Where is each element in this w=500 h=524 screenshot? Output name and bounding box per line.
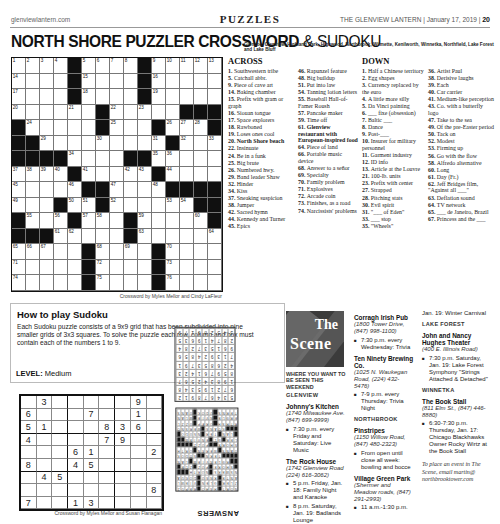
crossword-cell[interactable]: 69 — [124, 244, 138, 260]
crossword-cell[interactable]: 71 — [12, 260, 26, 276]
crossword-cell[interactable]: 65 — [12, 244, 26, 260]
sudoku-cell[interactable]: 9 — [131, 396, 147, 409]
sudoku-cell[interactable] — [131, 497, 147, 510]
crossword-cell[interactable]: 29 — [40, 136, 54, 152]
sudoku-cell[interactable] — [21, 446, 37, 459]
crossword-cell[interactable]: 54 — [180, 198, 194, 214]
crossword-cell[interactable] — [208, 151, 222, 167]
crossword-cell[interactable]: 66 — [26, 244, 40, 260]
sudoku-cell[interactable] — [131, 472, 147, 485]
crossword-cell[interactable]: 31 — [152, 136, 166, 152]
sudoku-cell[interactable]: 5 — [52, 472, 68, 485]
sudoku-cell[interactable] — [84, 396, 100, 409]
sudoku-cell[interactable]: 2 — [147, 446, 163, 459]
solution-letter-cell: Z — [196, 463, 200, 468]
crossword-cell[interactable]: 42 — [124, 167, 138, 183]
crossword-cell[interactable] — [166, 213, 180, 229]
sudoku-cell[interactable]: 7 — [21, 497, 37, 510]
sudoku-cell[interactable] — [21, 484, 37, 497]
sudoku-cell[interactable]: 8 — [147, 484, 163, 497]
sudoku-cell[interactable] — [99, 497, 115, 510]
clue-number: 34 — [69, 151, 74, 156]
sudoku-cell[interactable] — [131, 484, 147, 497]
crossword-cell[interactable]: 57 — [82, 213, 96, 229]
solution-letter-cell: Z — [233, 480, 237, 485]
solution-letter-cell: Z — [184, 420, 188, 425]
crossword-cell[interactable]: 13 — [208, 58, 222, 74]
crossword-cell[interactable] — [138, 244, 152, 260]
sudoku-cell[interactable]: 6 — [68, 446, 84, 459]
crossword-cell[interactable]: 7 — [110, 58, 124, 74]
crossword-cell[interactable] — [68, 120, 82, 136]
crossword-cell[interactable] — [180, 89, 194, 105]
event-item: 7:30 p.m. every Friday and Saturday: Liv… — [286, 426, 346, 454]
crossword-cell[interactable] — [54, 105, 68, 121]
crossword-cell[interactable] — [110, 229, 124, 245]
sudoku-cell[interactable] — [68, 484, 84, 497]
sudoku-cell[interactable] — [37, 497, 53, 510]
crossword-cell[interactable] — [194, 244, 208, 260]
crossword-cell[interactable] — [26, 275, 40, 291]
sudoku-cell[interactable]: 1 — [68, 497, 84, 510]
crossword-cell[interactable] — [180, 260, 194, 276]
sudoku-cell[interactable] — [84, 434, 100, 447]
sudoku-cell[interactable] — [37, 459, 53, 472]
sudoku-cell[interactable]: 4 — [21, 434, 37, 447]
crossword-cell[interactable]: 3 — [40, 58, 54, 74]
crossword-cell[interactable] — [194, 275, 208, 291]
sudoku-cell[interactable] — [99, 446, 115, 459]
solution-letter-cell: O — [221, 463, 225, 468]
crossword-cell[interactable] — [110, 74, 124, 90]
sudoku-cell[interactable] — [147, 421, 163, 434]
crossword-cell[interactable]: 70 — [166, 244, 180, 260]
sudoku-cell[interactable]: 4 — [37, 472, 53, 485]
crossword-cell[interactable]: 20 — [12, 105, 26, 121]
sudoku-cell[interactable] — [99, 484, 115, 497]
sudoku-cell[interactable]: 8 — [99, 421, 115, 434]
crossword-cell[interactable] — [82, 120, 96, 136]
crossword-cell[interactable]: 32 — [180, 136, 194, 152]
crossword-black-cell — [208, 213, 222, 229]
crossword-cell[interactable] — [40, 182, 54, 198]
clue: 56. Go with the flow — [428, 153, 494, 160]
sudoku-cell[interactable] — [68, 421, 84, 434]
clue-number: 38 — [27, 167, 32, 172]
sudoku-cell[interactable] — [21, 396, 37, 409]
crossword-cell[interactable]: 9 — [152, 58, 166, 74]
crossword-cell[interactable] — [208, 260, 222, 276]
crossword-cell[interactable] — [54, 136, 68, 152]
crossword-cell[interactable]: 15 — [82, 74, 96, 90]
crossword-cell[interactable] — [82, 105, 96, 121]
crossword-cell[interactable] — [54, 260, 68, 276]
issue-date: January 17, 2019 — [427, 16, 477, 23]
sudoku-cell[interactable] — [68, 396, 84, 409]
crossword-cell[interactable] — [124, 120, 138, 136]
crossword-cell[interactable] — [152, 105, 166, 121]
crossword-cell[interactable]: 18 — [82, 89, 96, 105]
crossword-cell[interactable] — [180, 213, 194, 229]
crossword-black-cell — [152, 167, 166, 183]
crossword-cell[interactable] — [40, 89, 54, 105]
crossword-cell[interactable] — [138, 198, 152, 214]
crossword-cell[interactable]: 76 — [166, 275, 180, 291]
sudoku-cell[interactable] — [52, 484, 68, 497]
crossword-cell[interactable]: 48 — [152, 182, 166, 198]
sudoku-cell[interactable] — [52, 409, 68, 422]
crossword-cell[interactable]: 50 — [68, 198, 82, 214]
sudoku-cell[interactable]: 9 — [115, 434, 131, 447]
event-addr: (1025 N. Waukegan Road, (224) 432-5476) — [354, 369, 414, 390]
crossword-black-cell — [26, 229, 40, 245]
crossword-cell[interactable] — [40, 275, 54, 291]
crossword-cell[interactable] — [208, 89, 222, 105]
sudoku-cell[interactable] — [68, 434, 84, 447]
sudoku-cell[interactable] — [115, 472, 131, 485]
crossword-cell[interactable] — [110, 136, 124, 152]
crossword-cell[interactable] — [110, 244, 124, 260]
sudoku-cell[interactable]: 1 — [37, 421, 53, 434]
crossword-cell[interactable] — [54, 89, 68, 105]
crossword-cell[interactable]: 10 — [166, 58, 180, 74]
crossword-cell[interactable] — [124, 198, 138, 214]
crossword-cell[interactable]: 44 — [166, 167, 180, 183]
crossword-cell[interactable] — [194, 167, 208, 183]
crossword-cell[interactable]: 75 — [96, 275, 110, 291]
crossword-cell[interactable]: 41 — [82, 167, 96, 183]
sudoku-cell[interactable] — [99, 459, 115, 472]
crossword-cell[interactable] — [40, 198, 54, 214]
solution-black-cell — [233, 463, 237, 468]
crossword-cell[interactable]: 2 — [26, 58, 40, 74]
crossword-cell[interactable]: 39 — [40, 167, 54, 183]
crossword-cell[interactable] — [54, 120, 68, 136]
sudoku-cell[interactable] — [52, 396, 68, 409]
sudoku-cell[interactable] — [131, 446, 147, 459]
solution-black-cell — [233, 431, 237, 436]
sudoku-cell[interactable] — [147, 497, 163, 510]
crossword-cell[interactable] — [208, 275, 222, 291]
crossword-cell[interactable]: 43 — [138, 167, 152, 183]
crossword-cell[interactable] — [180, 244, 194, 260]
clue-number: 13 — [209, 58, 214, 63]
sudoku-cell[interactable] — [84, 484, 100, 497]
clue: 43. Co. with a butterfly logo — [428, 103, 494, 116]
sudoku-cell[interactable] — [52, 446, 68, 459]
sudoku-cell[interactable]: 3 — [115, 421, 131, 434]
crossword-cell[interactable] — [180, 229, 194, 245]
crossword-cell[interactable]: 74 — [12, 275, 26, 291]
sudoku-cell[interactable] — [131, 459, 147, 472]
solution-letter-cell: P — [205, 442, 209, 447]
sudoku-cell[interactable]: 7 — [99, 434, 115, 447]
crossword-cell[interactable] — [40, 260, 54, 276]
crossword-cell[interactable]: 30 — [96, 136, 110, 152]
crossword-cell[interactable]: 60 — [194, 213, 208, 229]
solution-letter-cell: R — [225, 436, 229, 441]
crossword-cell[interactable] — [68, 260, 82, 276]
crossword-cell[interactable]: 63 — [138, 229, 152, 245]
crossword-cell[interactable]: 21 — [68, 105, 82, 121]
sudoku-cell[interactable] — [115, 409, 131, 422]
crossword-cell[interactable]: 67 — [40, 244, 54, 260]
crossword-cell[interactable]: 8 — [124, 58, 138, 74]
crossword-cell[interactable] — [68, 275, 82, 291]
clue: 1. Half a Chinese territory — [362, 68, 424, 75]
crossword-cell[interactable] — [110, 275, 124, 291]
crossword-cell[interactable]: 19 — [152, 89, 166, 105]
crossword-cell[interactable] — [54, 74, 68, 90]
crossword-cell[interactable]: 22 — [110, 105, 124, 121]
solution-letter-cell: U — [209, 409, 213, 414]
crossword-cell[interactable]: 40 — [54, 167, 68, 183]
crossword-cell[interactable] — [26, 105, 40, 121]
crossword-cell[interactable] — [194, 89, 208, 105]
crossword-cell[interactable] — [194, 151, 208, 167]
crossword-cell[interactable] — [68, 244, 82, 260]
crossword-cell[interactable] — [194, 260, 208, 276]
sudoku-cell[interactable] — [131, 434, 147, 447]
crossword-cell[interactable]: 28 — [194, 120, 208, 136]
down-header: DOWN — [362, 56, 389, 66]
crossword-cell[interactable] — [82, 151, 96, 167]
crossword-black-cell — [68, 74, 82, 90]
crossword-cell[interactable]: 6 — [96, 58, 110, 74]
sudoku-cell[interactable] — [52, 459, 68, 472]
crossword-cell[interactable] — [124, 182, 138, 198]
sudoku-cell[interactable]: 1 — [84, 446, 100, 459]
sudoku-cell[interactable] — [147, 434, 163, 447]
crossword-cell[interactable]: 25 — [110, 120, 124, 136]
crossword-cell[interactable] — [68, 136, 82, 152]
crossword-cell[interactable] — [194, 136, 208, 152]
sudoku-cell[interactable]: 7 — [84, 409, 100, 422]
crossword-cell[interactable] — [152, 213, 166, 229]
sudoku-cell[interactable]: 3 — [84, 497, 100, 510]
sudoku-cell[interactable] — [21, 472, 37, 485]
clue: 30. Evil spirit — [362, 202, 424, 209]
crossword-cell[interactable]: 38 — [26, 167, 40, 183]
crossword-cell[interactable]: 35 — [152, 151, 166, 167]
crossword-cell[interactable] — [110, 260, 124, 276]
crossword-cell[interactable] — [124, 74, 138, 90]
crossword-cell[interactable]: 5 — [82, 58, 96, 74]
crossword-cell[interactable] — [180, 167, 194, 183]
crossword-cell[interactable]: 51 — [82, 198, 96, 214]
crossword-cell[interactable] — [124, 136, 138, 152]
crossword-cell[interactable]: 37 — [12, 167, 26, 183]
crossword-cell[interactable] — [180, 275, 194, 291]
sudoku-cell[interactable] — [37, 409, 53, 422]
crossword-cell[interactable]: 47 — [110, 182, 124, 198]
sudoku-cell[interactable]: 5 — [84, 459, 100, 472]
solution-letter-cell: E — [192, 425, 196, 430]
crossword-cell[interactable] — [166, 105, 180, 121]
crossword-cell[interactable] — [138, 136, 152, 152]
sudoku-solution-cell: 2 — [176, 393, 183, 401]
crossword-cell[interactable] — [138, 260, 152, 276]
sudoku-cell[interactable] — [52, 434, 68, 447]
sudoku-cell[interactable]: 6 — [21, 409, 37, 422]
solution-letter-cell: S — [233, 442, 237, 447]
crossword-cell[interactable]: 17 — [12, 89, 26, 105]
sudoku-cell[interactable] — [147, 396, 163, 409]
sudoku-cell[interactable] — [37, 446, 53, 459]
sudoku-cell[interactable]: 6 — [131, 421, 147, 434]
solution-letter-cell: R — [225, 458, 229, 463]
sudoku-cell[interactable] — [68, 472, 84, 485]
crossword-cell[interactable] — [138, 120, 152, 136]
crossword-grid[interactable]: 1234567891011121314151617181920212223242… — [11, 57, 223, 292]
crossword-cell[interactable] — [194, 229, 208, 245]
crossword-cell[interactable] — [166, 229, 180, 245]
crossword-cell[interactable] — [208, 167, 222, 183]
sudoku-cell[interactable]: 1 — [131, 409, 147, 422]
crossword-cell[interactable]: 34 — [68, 151, 82, 167]
sudoku-cell[interactable] — [37, 434, 53, 447]
crossword-cell[interactable] — [180, 151, 194, 167]
crossword-cell[interactable]: 55 — [26, 213, 40, 229]
sudoku-cell[interactable] — [99, 472, 115, 485]
crossword-cell[interactable] — [40, 213, 54, 229]
crossword-cell[interactable] — [138, 182, 152, 198]
crossword-cell[interactable] — [110, 213, 124, 229]
sudoku-cell[interactable]: 5 — [21, 421, 37, 434]
crossword-cell[interactable]: 11 — [180, 58, 194, 74]
crossword-cell[interactable] — [152, 198, 166, 214]
crossword-cell[interactable] — [96, 167, 110, 183]
sudoku-cell[interactable] — [115, 459, 131, 472]
crossword-cell[interactable]: 61 — [54, 229, 68, 245]
crossword-cell[interactable]: 14 — [12, 74, 26, 90]
crossword-cell[interactable]: 12 — [194, 58, 208, 74]
crossword-black-cell — [166, 182, 180, 198]
crossword-cell[interactable] — [40, 105, 54, 121]
sudoku-cell[interactable]: 4 — [68, 459, 84, 472]
crossword-cell[interactable]: 72 — [96, 260, 110, 276]
solution-letter-cell: N — [209, 414, 213, 419]
crossword-cell[interactable]: 64 — [208, 229, 222, 245]
crossword-cell[interactable] — [96, 74, 110, 90]
crossword-cell[interactable]: 73 — [166, 260, 180, 276]
solution-letter-cell: G — [225, 414, 229, 419]
solution-letter-cell: S — [221, 447, 225, 452]
sudoku-cell[interactable] — [147, 472, 163, 485]
crossword-cell[interactable]: 26 — [166, 120, 180, 136]
crossword-cell[interactable]: 52 — [110, 198, 124, 214]
crossword-cell[interactable]: 27 — [180, 120, 194, 136]
crossword-cell[interactable] — [208, 74, 222, 90]
crossword-cell[interactable] — [54, 244, 68, 260]
crossword-cell[interactable] — [54, 275, 68, 291]
crossword-cell[interactable]: 1 — [12, 58, 26, 74]
crossword-cell[interactable]: 49 — [12, 198, 26, 214]
sudoku-cell[interactable] — [84, 421, 100, 434]
event-item: From open until close all week: bowling … — [354, 450, 414, 471]
crossword-cell[interactable] — [40, 74, 54, 90]
crossword-cell[interactable] — [124, 260, 138, 276]
sudoku-cell[interactable]: 3 — [37, 396, 53, 409]
crossword-cell[interactable] — [166, 89, 180, 105]
sudoku-cell[interactable] — [147, 459, 163, 472]
crossword-cell[interactable] — [110, 167, 124, 183]
crossword-cell[interactable] — [110, 151, 124, 167]
sudoku-cell[interactable] — [84, 472, 100, 485]
sudoku-cell[interactable] — [52, 497, 68, 510]
crossword-cell[interactable] — [124, 275, 138, 291]
crossword-cell[interactable]: 23 — [138, 105, 152, 121]
solution-letter-cell: N — [196, 431, 200, 436]
solution-letter-cell: Z — [192, 442, 196, 447]
sudoku-cell[interactable] — [68, 409, 84, 422]
sudoku-cell[interactable] — [115, 446, 131, 459]
crossword-cell[interactable] — [124, 105, 138, 121]
crossword-cell[interactable] — [40, 120, 54, 136]
crossword-cell[interactable] — [96, 151, 110, 167]
crossword-cell[interactable] — [138, 275, 152, 291]
solution-black-cell — [196, 453, 200, 458]
crossword-cell[interactable] — [110, 89, 124, 105]
solution-letter-cell: R — [217, 463, 221, 468]
sudoku-cell[interactable] — [115, 484, 131, 497]
crossword-cell[interactable] — [152, 229, 166, 245]
crossword-cell[interactable]: 62 — [68, 229, 82, 245]
sudoku-cell[interactable] — [37, 484, 53, 497]
crossword-cell[interactable]: 45 — [12, 182, 26, 198]
sudoku-cell[interactable] — [115, 497, 131, 510]
crossword-cell[interactable]: 24 — [26, 120, 40, 136]
sudoku-cell[interactable] — [115, 396, 131, 409]
crossword-cell[interactable]: 56 — [54, 213, 68, 229]
crossword-cell[interactable]: 16 — [152, 74, 166, 90]
crossword-cell[interactable]: 36 — [166, 151, 180, 167]
crossword-cell[interactable] — [194, 74, 208, 90]
sudoku-cell[interactable]: 8 — [21, 459, 37, 472]
crossword-cell[interactable]: 46 — [68, 182, 82, 198]
crossword-cell[interactable]: 33 — [208, 136, 222, 152]
solution-letter-cell: E — [196, 414, 200, 419]
clue-number: 3 — [41, 58, 44, 63]
crossword-cell[interactable] — [54, 182, 68, 198]
crossword-cell[interactable] — [208, 244, 222, 260]
crossword-cell[interactable] — [82, 229, 96, 245]
crossword-cell[interactable]: 53 — [166, 198, 180, 214]
sudoku-cell[interactable] — [52, 421, 68, 434]
crossword-cell[interactable] — [26, 74, 40, 90]
sudoku-cell[interactable] — [99, 409, 115, 422]
crossword-cell[interactable] — [26, 198, 40, 214]
crossword-cell[interactable]: 4 — [54, 58, 68, 74]
event-addr: (811 Elm St., (847) 446-8880) — [422, 405, 492, 419]
crossword-cell[interactable] — [124, 89, 138, 105]
sudoku-grid[interactable]: 3967151836479612845458713 — [19, 394, 164, 511]
crossword-cell[interactable] — [96, 229, 110, 245]
sudoku-cell[interactable] — [147, 409, 163, 422]
crossword-cell[interactable] — [26, 182, 40, 198]
crossword-cell[interactable] — [26, 260, 40, 276]
clue: 72. Arcade coin — [298, 193, 358, 200]
crossword-cell[interactable]: 59 — [138, 213, 152, 229]
crossword-cell[interactable] — [180, 74, 194, 90]
crossword-cell[interactable] — [166, 74, 180, 90]
crossword-cell[interactable] — [26, 89, 40, 105]
crossword-cell[interactable] — [96, 89, 110, 105]
crossword-cell[interactable]: 68 — [96, 244, 110, 260]
crossword-cell[interactable] — [82, 136, 96, 152]
sudoku-cell[interactable] — [99, 396, 115, 409]
crossword-cell[interactable]: 58 — [96, 213, 110, 229]
